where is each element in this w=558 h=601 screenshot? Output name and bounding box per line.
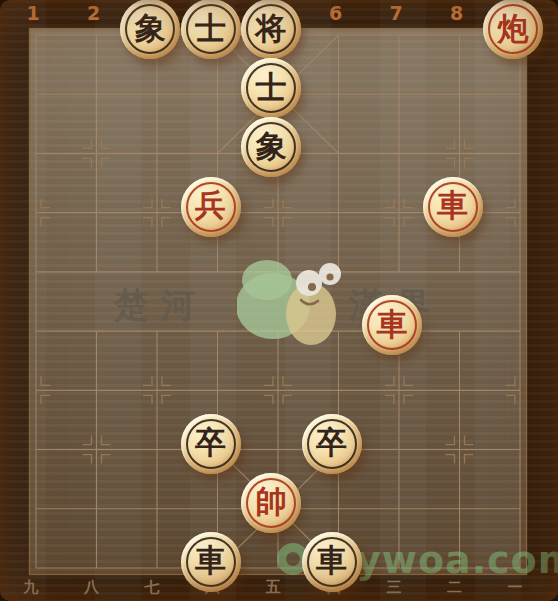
- piece-black-chariot[interactable]: 車: [302, 532, 362, 592]
- watermark-text: ywoa.com: [356, 538, 558, 582]
- xiangqi-board: 123456789 九八七六五四三二一 楚河 漢界 ywoa.com 象士将炮士…: [0, 0, 558, 601]
- piece-glyph: 兵: [195, 190, 226, 221]
- piece-black-advisor[interactable]: 士: [181, 0, 241, 59]
- river-label-chu-he: 楚河: [114, 283, 208, 329]
- piece-glyph: 士: [195, 13, 226, 44]
- piece-black-advisor[interactable]: 士: [241, 58, 301, 118]
- bottom-file-label-3: 七: [145, 578, 160, 597]
- piece-red-soldier[interactable]: 兵: [181, 177, 241, 237]
- piece-red-general[interactable]: 帥: [241, 473, 301, 533]
- piece-glyph: 車: [437, 190, 468, 221]
- piece-red-cannon[interactable]: 炮: [483, 0, 543, 59]
- top-file-label-6: 6: [329, 2, 342, 24]
- snail-mascot-icon: [237, 254, 349, 350]
- piece-red-chariot[interactable]: 車: [362, 295, 422, 355]
- bottom-file-label-5: 五: [266, 578, 281, 597]
- piece-glyph: 象: [135, 13, 166, 44]
- top-file-label-2: 2: [87, 2, 100, 24]
- piece-glyph: 卒: [195, 427, 226, 458]
- piece-black-chariot[interactable]: 車: [181, 532, 241, 592]
- piece-black-elephant[interactable]: 象: [120, 0, 180, 59]
- bottom-file-label-2: 八: [84, 578, 99, 597]
- piece-glyph: 士: [256, 72, 287, 103]
- piece-black-soldier[interactable]: 卒: [302, 414, 362, 474]
- bottom-file-label-1: 九: [24, 578, 39, 597]
- piece-black-soldier[interactable]: 卒: [181, 414, 241, 474]
- piece-black-general[interactable]: 将: [241, 0, 301, 59]
- piece-glyph: 車: [316, 545, 347, 576]
- top-file-label-8: 8: [450, 2, 463, 24]
- top-file-label-7: 7: [389, 2, 402, 24]
- piece-glyph: 車: [195, 545, 226, 576]
- piece-glyph: 帥: [256, 486, 287, 517]
- piece-glyph: 将: [256, 13, 287, 44]
- piece-glyph: 卒: [316, 427, 347, 458]
- piece-glyph: 象: [256, 131, 287, 162]
- top-file-label-1: 1: [26, 2, 39, 24]
- piece-glyph: 炮: [498, 13, 529, 44]
- piece-red-chariot[interactable]: 車: [423, 177, 483, 237]
- piece-glyph: 車: [377, 309, 408, 340]
